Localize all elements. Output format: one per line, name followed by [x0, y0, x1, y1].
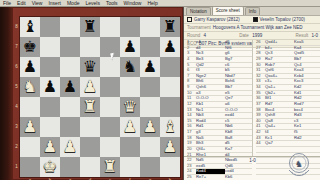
move-cell[interactable]: a6: [225, 102, 249, 107]
move-cell[interactable]: g3: [196, 130, 225, 135]
square-h6[interactable]: [160, 57, 180, 77]
move-cell[interactable]: d6: [225, 40, 249, 45]
white-pawn-a3[interactable]: ♟: [20, 117, 40, 137]
menu-item-file[interactable]: File: [3, 0, 11, 7]
move-cell[interactable]: Qf4+: [196, 147, 225, 152]
rank-label-4: 4: [13, 97, 20, 117]
move-column-2: 26Qxd4+Kxa527b4+Ka428Qc3Qxd529Ra7Bb730Rx…: [252, 40, 320, 156]
menu-item-window[interactable]: Window: [124, 0, 142, 7]
date-value: 1999: [252, 33, 262, 38]
square-a4[interactable]: [20, 97, 40, 117]
square-f8[interactable]: [120, 17, 140, 37]
square-a8[interactable]: ♝: [20, 17, 40, 37]
move-number: 34: [256, 85, 265, 90]
move-cell[interactable]: Bb7: [294, 57, 318, 62]
square-d1[interactable]: [80, 157, 100, 177]
white-pawn-b2[interactable]: ♟: [40, 137, 60, 157]
square-e3[interactable]: [100, 117, 120, 137]
move-cell[interactable]: Qxd4+: [265, 40, 294, 45]
square-d2[interactable]: [80, 137, 100, 157]
square-h3[interactable]: ♝: [160, 117, 180, 137]
watermark-logo: ♞: [285, 150, 313, 178]
square-b5[interactable]: ♟: [40, 77, 60, 97]
move-cell[interactable]: Kd2: [294, 85, 318, 90]
tab-info[interactable]: Info: [245, 7, 261, 15]
square-b6[interactable]: [40, 57, 60, 77]
square-c7[interactable]: [60, 37, 80, 57]
square-e2[interactable]: [100, 137, 120, 157]
move-cell: [294, 141, 318, 146]
rank-labels: 87654321: [13, 17, 20, 177]
file-labels: abcdefgh: [20, 177, 180, 180]
square-f2[interactable]: [120, 137, 140, 157]
move-cell[interactable]: e4: [196, 40, 225, 45]
move-number: [256, 147, 265, 152]
square-d4[interactable]: ♜: [80, 97, 100, 117]
square-g6[interactable]: ♟: [140, 57, 160, 77]
tab-score-sheet[interactable]: Score sheet: [212, 6, 244, 15]
white-rook-d4[interactable]: ♜: [80, 97, 100, 117]
white-king-b1[interactable]: ♚: [40, 157, 60, 177]
move-cell[interactable]: Bg7: [225, 57, 249, 62]
square-d6[interactable]: ♛: [80, 57, 100, 77]
file-label-c: c: [60, 177, 80, 180]
square-f7[interactable]: ♟: [120, 37, 140, 57]
square-f4[interactable]: ♛: [120, 97, 140, 117]
square-g2[interactable]: [140, 137, 160, 157]
move-cell[interactable]: Kb6: [225, 175, 249, 180]
rank-label-7: 7: [13, 37, 20, 57]
square-b4[interactable]: [40, 97, 60, 117]
result-label: Result: [295, 33, 308, 38]
square-g7[interactable]: [140, 37, 160, 57]
square-e4[interactable]: [100, 97, 120, 117]
white-pawn-c2[interactable]: ♟: [60, 137, 80, 157]
move-cell[interactable]: Rd7: [265, 102, 294, 107]
square-f6[interactable]: ♞: [120, 57, 140, 77]
move-cell[interactable]: Rxd7: [294, 102, 318, 107]
menu-item-levels[interactable]: Levels: [85, 0, 99, 7]
white-color-icon: [187, 17, 192, 22]
move-number: 9: [187, 85, 196, 90]
file-label-e: e: [100, 177, 120, 180]
square-a1[interactable]: [20, 157, 40, 177]
square-h7[interactable]: ♟: [160, 37, 180, 57]
white-bishop-h3[interactable]: ♝: [160, 117, 180, 137]
menu-item-tools[interactable]: Tools: [106, 0, 118, 7]
file-label-g: g: [140, 177, 160, 180]
notation-panel: NotationScore sheetInfo Garry Kasparov (…: [183, 7, 320, 180]
move-number: [256, 169, 265, 174]
white-pawn-h2[interactable]: ♟: [160, 137, 180, 157]
square-h8[interactable]: ♜: [160, 17, 180, 37]
square-c5[interactable]: ♟: [60, 77, 80, 97]
white-knight-a5[interactable]: ♞: [20, 77, 40, 97]
square-c3[interactable]: [60, 117, 80, 137]
white-pawn-g3[interactable]: ♟: [140, 117, 160, 137]
square-e6[interactable]: [100, 57, 120, 77]
square-g1[interactable]: [140, 157, 160, 177]
square-c1[interactable]: [60, 157, 80, 177]
square-a7[interactable]: ♚: [20, 37, 40, 57]
black-rook-d8[interactable]: ♜: [80, 17, 100, 37]
white-pawn-f3[interactable]: ♟: [120, 117, 140, 137]
black-pawn-c5[interactable]: ♟: [60, 77, 80, 97]
file-label-h: h: [160, 177, 180, 180]
square-g3[interactable]: ♟: [140, 117, 160, 137]
move-cell[interactable]: Kb8: [225, 130, 249, 135]
square-b3[interactable]: [40, 117, 60, 137]
menu-item-view[interactable]: View: [32, 0, 43, 7]
move-cell[interactable]: Kxa5: [294, 40, 318, 45]
black-queen-d6[interactable]: ♛: [80, 57, 100, 77]
file-label-d: d: [80, 177, 100, 180]
move-cell[interactable]: Be3: [196, 57, 225, 62]
rank-label-5: 5: [13, 77, 20, 97]
round-value: 4: [204, 33, 207, 38]
move-number: 1: [187, 40, 196, 45]
square-d8[interactable]: ♜: [80, 17, 100, 37]
notation-tab-bar: NotationScore sheetInfo: [184, 7, 320, 16]
move-cell[interactable]: Ra7: [265, 57, 294, 62]
square-a2[interactable]: [20, 137, 40, 157]
square-a5[interactable]: ♞: [20, 77, 40, 97]
square-e1[interactable]: ♜: [100, 157, 120, 177]
square-g4[interactable]: [140, 97, 160, 117]
move-cell[interactable]: Qd2: [196, 63, 225, 68]
square-f3[interactable]: ♟: [120, 117, 140, 137]
square-c6[interactable]: [60, 57, 80, 77]
rank-label-6: 6: [13, 57, 20, 77]
rank-label-8: 8: [13, 17, 20, 37]
move-cell[interactable]: f4: [265, 130, 294, 135]
chess-board: ♝♜♜♚♟♟♟♛♞♟♞♟♟♟♜♛♟♟♟♝♟♟♟♚♜: [20, 17, 180, 177]
rank-label-3: 3: [13, 117, 20, 137]
square-h5[interactable]: [160, 77, 180, 97]
square-f5[interactable]: [120, 77, 140, 97]
menu-bar: FileEditViewInsertModeLevelsToolsWindowH…: [0, 0, 320, 7]
tournament-value: Hoogovens A Tournament Wijk aan Zee NED: [213, 25, 303, 30]
square-c8[interactable]: [60, 17, 80, 37]
tournament-label: Tournament: [187, 25, 211, 30]
square-h1[interactable]: [160, 157, 180, 177]
square-b8[interactable]: [40, 17, 60, 37]
move-number: 20: [187, 147, 196, 152]
black-pawn-h7[interactable]: ♟: [160, 37, 180, 57]
rank-label-1: 1: [13, 157, 20, 177]
file-label-b: b: [40, 177, 60, 180]
tab-notation[interactable]: Notation: [186, 7, 211, 15]
move-cell[interactable]: Rd2: [294, 136, 318, 141]
file-label-a: a: [20, 177, 40, 180]
move-list: 1e4d62d4Nf63Nc3g64Be3Bg75Qd2c66f3b57Nge2…: [184, 40, 320, 156]
move-number: 29: [256, 57, 265, 62]
black-pawn-a6[interactable]: ♟: [20, 57, 40, 77]
date-label: Date: [239, 33, 249, 38]
black-bishop-a8[interactable]: ♝: [20, 17, 40, 37]
board-background-wood: 87654321 ♝♜♜♚♟♟♟♛♞♟♞♟♟♟♜♛♟♟♟♝♟♟♟♚♜ abcde…: [0, 7, 183, 180]
move-number: 26: [256, 40, 265, 45]
square-d5[interactable]: ♟: [80, 77, 100, 97]
black-king-a7[interactable]: ♚: [20, 37, 40, 57]
black-knight-f6[interactable]: ♞: [120, 57, 140, 77]
menu-item-edit[interactable]: Edit: [17, 0, 26, 7]
black-pawn-f7[interactable]: ♟: [120, 37, 140, 57]
square-b7[interactable]: [40, 37, 60, 57]
square-d3[interactable]: [80, 117, 100, 137]
square-d7[interactable]: [80, 37, 100, 57]
move-cell[interactable]: Qa4+: [265, 124, 294, 129]
move-column-1: 1e4d62d4Nf63Nc3g64Be3Bg75Qd2c66f3b57Nge2…: [184, 40, 252, 156]
move-number: 25: [187, 175, 196, 180]
black-player-name[interactable]: Veselin Topalov (2700): [260, 17, 305, 22]
svg-text:♞: ♞: [295, 159, 303, 169]
black-color-icon: [253, 17, 258, 22]
result-value: 1-0: [311, 33, 318, 38]
rank-label-2: 2: [13, 137, 20, 157]
move-cell[interactable]: Kb1: [196, 102, 225, 107]
menu-item-mode[interactable]: Mode: [67, 0, 80, 7]
black-pawn-b5[interactable]: ♟: [40, 77, 60, 97]
menu-item-help[interactable]: Help: [147, 0, 157, 7]
black-pawn-g6[interactable]: ♟: [140, 57, 160, 77]
move-number: [256, 175, 265, 180]
move-number: 42: [256, 130, 265, 135]
square-g8[interactable]: [140, 17, 160, 37]
square-a6[interactable]: ♟: [20, 57, 40, 77]
white-queen-f4[interactable]: ♛: [120, 97, 140, 117]
square-h2[interactable]: ♟: [160, 137, 180, 157]
move-number: 4: [187, 57, 196, 62]
move-number: 12: [187, 102, 196, 107]
file-label-f: f: [120, 177, 140, 180]
move-cell[interactable]: Qxh6: [196, 85, 225, 90]
white-player[interactable]: Garry Kasparov (2812): [187, 17, 253, 22]
move-cell[interactable]: Ka7: [225, 147, 249, 152]
black-player[interactable]: Veselin Topalov (2700): [253, 17, 319, 22]
move-cell[interactable]: f5: [294, 130, 318, 135]
square-b1[interactable]: ♚: [40, 157, 60, 177]
white-rook-e1[interactable]: ♜: [100, 157, 120, 177]
menu-item-insert[interactable]: Insert: [48, 0, 61, 7]
square-c2[interactable]: ♟: [60, 137, 80, 157]
move-number: 37: [256, 102, 265, 107]
move-cell[interactable]: Re7+: [196, 175, 225, 180]
move-number: [256, 164, 265, 169]
move-cell[interactable]: Qa1+: [265, 85, 294, 90]
square-c4[interactable]: [60, 97, 80, 117]
round-label: Round: [187, 33, 200, 38]
square-h4[interactable]: [160, 97, 180, 117]
square-g5[interactable]: [140, 77, 160, 97]
move-number: 44: [256, 141, 265, 146]
move-cell[interactable]: Qa7: [265, 141, 294, 146]
square-e8[interactable]: [100, 17, 120, 37]
white-player-name[interactable]: Garry Kasparov (2812): [194, 17, 240, 22]
move-number: 17: [187, 130, 196, 135]
move-cell[interactable]: Bb7: [225, 85, 249, 90]
square-b2[interactable]: ♟: [40, 137, 60, 157]
square-e5[interactable]: [100, 77, 120, 97]
move-row: 25Re7+Kb6: [187, 175, 252, 180]
square-a3[interactable]: ♟: [20, 117, 40, 137]
black-rook-h8[interactable]: ♜: [160, 17, 180, 37]
white-pawn-d5[interactable]: ♟: [80, 77, 100, 97]
square-f1[interactable]: [120, 157, 140, 177]
